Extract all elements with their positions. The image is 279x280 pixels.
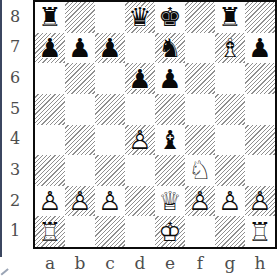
piece-black-queen: ♛: [125, 2, 155, 33]
piece-white-rook: ♜♖: [35, 216, 65, 247]
square-g1[interactable]: [215, 216, 245, 247]
square-e2[interactable]: ♛♕: [155, 186, 185, 217]
file-label-c: c: [95, 251, 125, 275]
piece-black-pawn: ♟: [65, 33, 95, 64]
file-label-b: b: [65, 251, 95, 275]
square-g5[interactable]: [215, 94, 245, 125]
piece-white-pawn: ♟♙: [245, 186, 275, 217]
square-f2[interactable]: ♟♙: [185, 186, 215, 217]
square-f5[interactable]: [185, 94, 215, 125]
piece-black-pawn: ♟: [35, 33, 65, 64]
corner-artifact: [1, 268, 9, 275]
square-d4[interactable]: ♟♙: [125, 125, 155, 156]
piece-white-king: ♚♔: [155, 216, 185, 247]
square-f8[interactable]: [185, 2, 215, 33]
square-f4[interactable]: [185, 125, 215, 156]
piece-white-pawn: ♟♙: [35, 186, 65, 217]
square-c7[interactable]: ♟: [95, 33, 125, 64]
square-a8[interactable]: ♜: [35, 2, 65, 33]
piece-black-rook: ♜: [215, 2, 245, 33]
rank-label-3: 3: [2, 154, 28, 185]
rank-label-4: 4: [2, 124, 28, 155]
square-h7[interactable]: ♟: [245, 33, 275, 64]
file-labels: a b c d e f g h: [35, 251, 275, 275]
square-g3[interactable]: [215, 155, 245, 186]
square-g2[interactable]: ♟♙: [215, 186, 245, 217]
square-e8[interactable]: ♚: [155, 2, 185, 33]
rank-label-2: 2: [2, 185, 28, 216]
piece-black-pawn: ♟: [125, 63, 155, 94]
file-label-h: h: [245, 251, 275, 275]
square-d2[interactable]: [125, 186, 155, 217]
square-a4[interactable]: [35, 125, 65, 156]
square-c6[interactable]: [95, 63, 125, 94]
square-d5[interactable]: [125, 94, 155, 125]
piece-black-bishop: ♝: [155, 125, 185, 156]
square-f7[interactable]: [185, 33, 215, 64]
rank-label-5: 5: [2, 93, 28, 124]
chess-board: ♜♛♚♜♟♟♟♞♝♗♟♟♟♟♙♝♞♘♟♙♟♙♟♙♛♕♟♙♟♙♟♙♜♖♚♔♜♖: [33, 0, 277, 249]
square-b8[interactable]: [65, 2, 95, 33]
square-d8[interactable]: ♛: [125, 2, 155, 33]
piece-white-pawn: ♟♙: [65, 186, 95, 217]
square-h1[interactable]: ♜♖: [245, 216, 275, 247]
piece-black-knight: ♞: [155, 33, 185, 64]
square-c5[interactable]: [95, 94, 125, 125]
square-h8[interactable]: [245, 2, 275, 33]
file-label-g: g: [215, 251, 245, 275]
square-h5[interactable]: [245, 94, 275, 125]
square-f6[interactable]: [185, 63, 215, 94]
piece-white-pawn: ♟♙: [125, 125, 155, 156]
square-a6[interactable]: [35, 63, 65, 94]
chess-diagram: 8 7 6 5 4 3 2 1 ♜♛♚♜♟♟♟♞♝♗♟♟♟♟♙♝♞♘♟♙♟♙♟♙…: [0, 0, 279, 280]
square-f1[interactable]: [185, 216, 215, 247]
square-c8[interactable]: [95, 2, 125, 33]
file-label-a: a: [35, 251, 65, 275]
square-d6[interactable]: ♟: [125, 63, 155, 94]
square-c1[interactable]: [95, 216, 125, 247]
square-b2[interactable]: ♟♙: [65, 186, 95, 217]
square-d3[interactable]: [125, 155, 155, 186]
square-g8[interactable]: ♜: [215, 2, 245, 33]
piece-white-pawn: ♟♙: [215, 186, 245, 217]
square-a3[interactable]: [35, 155, 65, 186]
piece-black-pawn: ♟: [245, 33, 275, 64]
square-b4[interactable]: [65, 125, 95, 156]
rank-label-8: 8: [2, 1, 28, 32]
square-b7[interactable]: ♟: [65, 33, 95, 64]
square-g6[interactable]: [215, 63, 245, 94]
square-c4[interactable]: [95, 125, 125, 156]
square-a1[interactable]: ♜♖: [35, 216, 65, 247]
piece-black-rook: ♜: [35, 2, 65, 33]
square-b1[interactable]: [65, 216, 95, 247]
piece-white-bishop: ♝♗: [215, 33, 245, 64]
rank-label-1: 1: [2, 215, 28, 246]
piece-white-pawn: ♟♙: [185, 186, 215, 217]
square-g7[interactable]: ♝♗: [215, 33, 245, 64]
square-c3[interactable]: [95, 155, 125, 186]
square-b5[interactable]: [65, 94, 95, 125]
square-e5[interactable]: [155, 94, 185, 125]
rank-label-7: 7: [2, 32, 28, 63]
square-h2[interactable]: ♟♙: [245, 186, 275, 217]
piece-white-rook: ♜♖: [245, 216, 275, 247]
square-a2[interactable]: ♟♙: [35, 186, 65, 217]
file-label-d: d: [125, 251, 155, 275]
piece-white-queen: ♛♕: [155, 186, 185, 217]
square-e4[interactable]: ♝: [155, 125, 185, 156]
piece-black-pawn: ♟: [95, 33, 125, 64]
square-h6[interactable]: [245, 63, 275, 94]
square-d1[interactable]: [125, 216, 155, 247]
square-e1[interactable]: ♚♔: [155, 216, 185, 247]
square-b6[interactable]: [65, 63, 95, 94]
piece-white-knight: ♞♘: [185, 155, 215, 186]
square-b3[interactable]: [65, 155, 95, 186]
square-g4[interactable]: [215, 125, 245, 156]
piece-black-pawn: ♟: [155, 63, 185, 94]
square-e7[interactable]: ♞: [155, 33, 185, 64]
piece-white-pawn: ♟♙: [95, 186, 125, 217]
square-d7[interactable]: [125, 33, 155, 64]
square-f3[interactable]: ♞♘: [185, 155, 215, 186]
rank-label-6: 6: [2, 62, 28, 93]
square-c2[interactable]: ♟♙: [95, 186, 125, 217]
square-e6[interactable]: ♟: [155, 63, 185, 94]
rank-labels: 8 7 6 5 4 3 2 1: [2, 1, 28, 246]
square-a5[interactable]: [35, 94, 65, 125]
square-a7[interactable]: ♟: [35, 33, 65, 64]
piece-black-king: ♚: [155, 2, 185, 33]
square-h4[interactable]: [245, 125, 275, 156]
file-label-f: f: [185, 251, 215, 275]
square-e3[interactable]: [155, 155, 185, 186]
square-h3[interactable]: [245, 155, 275, 186]
file-label-e: e: [155, 251, 185, 275]
